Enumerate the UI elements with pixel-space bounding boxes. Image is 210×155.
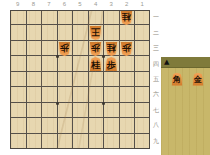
file-label-2: 2 [119, 0, 135, 9]
piece-tile: 歩 [89, 42, 102, 56]
piece-kanji: 王 [91, 28, 100, 37]
piece-kanji: 桂 [122, 12, 131, 21]
piece-tile: 金 [192, 73, 204, 86]
rank-label-2: 二 [152, 30, 160, 36]
shogi-piece-4-4[interactable]: 桂 [89, 57, 102, 71]
shogi-piece-2-3[interactable]: 歩 [120, 42, 133, 56]
hoshi-dot [56, 102, 59, 105]
rank-labels: 一二三四五六七八九 [152, 10, 160, 149]
shogi-diagram: 987654321 一二三四五六七八九 ▲ 角金 桂王歩歩桂歩桂歩 [0, 0, 210, 155]
piece-kanji: 歩 [60, 43, 69, 52]
piece-kanji: 金 [194, 76, 202, 84]
hand-piece-1[interactable]: 角 [171, 73, 183, 86]
piece-tile: 角 [171, 73, 183, 86]
rank-label-9: 九 [152, 138, 160, 144]
piece-kanji: 桂 [91, 61, 100, 70]
file-label-6: 6 [57, 0, 73, 9]
rank-label-1: 一 [152, 14, 160, 20]
sente-hand-stand: ▲ 角金 [161, 57, 210, 155]
shogi-piece-4-3[interactable]: 歩 [89, 42, 102, 56]
file-label-4: 4 [88, 0, 104, 9]
shogi-piece-4-2[interactable]: 王 [89, 26, 102, 40]
piece-kanji: 歩 [122, 43, 131, 52]
shogi-piece-3-3[interactable]: 桂 [105, 42, 118, 56]
piece-tile: 桂 [105, 42, 118, 56]
file-label-9: 9 [10, 0, 26, 9]
piece-tile: 桂 [89, 57, 102, 71]
hand-piece-2[interactable]: 金 [192, 73, 204, 86]
file-label-8: 8 [26, 0, 42, 9]
piece-tile: 桂 [120, 11, 133, 25]
piece-tile: 王 [89, 26, 102, 40]
piece-kanji: 歩 [107, 61, 116, 70]
file-label-5: 5 [72, 0, 88, 9]
rank-label-4: 四 [152, 61, 160, 67]
file-label-3: 3 [103, 0, 119, 9]
shogi-piece-6-3[interactable]: 歩 [58, 42, 71, 56]
rank-label-7: 七 [152, 107, 160, 113]
hand-stand-header: ▲ [161, 57, 210, 68]
hoshi-dot [102, 102, 105, 105]
file-label-1: 1 [135, 0, 151, 9]
shogi-board[interactable] [10, 10, 150, 149]
shogi-piece-2-1[interactable]: 桂 [120, 11, 133, 25]
rank-label-5: 五 [152, 76, 160, 82]
piece-tile: 歩 [58, 42, 71, 56]
piece-kanji: 桂 [107, 43, 116, 52]
rank-label-6: 六 [152, 91, 160, 97]
rank-label-8: 八 [152, 122, 160, 128]
file-labels: 987654321 [10, 0, 150, 9]
piece-tile: 歩 [105, 57, 118, 71]
piece-kanji: 歩 [91, 43, 100, 52]
shogi-piece-3-4[interactable]: 歩 [105, 57, 118, 71]
file-label-7: 7 [41, 0, 57, 9]
piece-tile: 歩 [120, 42, 133, 56]
sente-marker-icon: ▲ [164, 58, 169, 67]
rank-label-3: 三 [152, 45, 160, 51]
piece-kanji: 角 [173, 76, 181, 84]
